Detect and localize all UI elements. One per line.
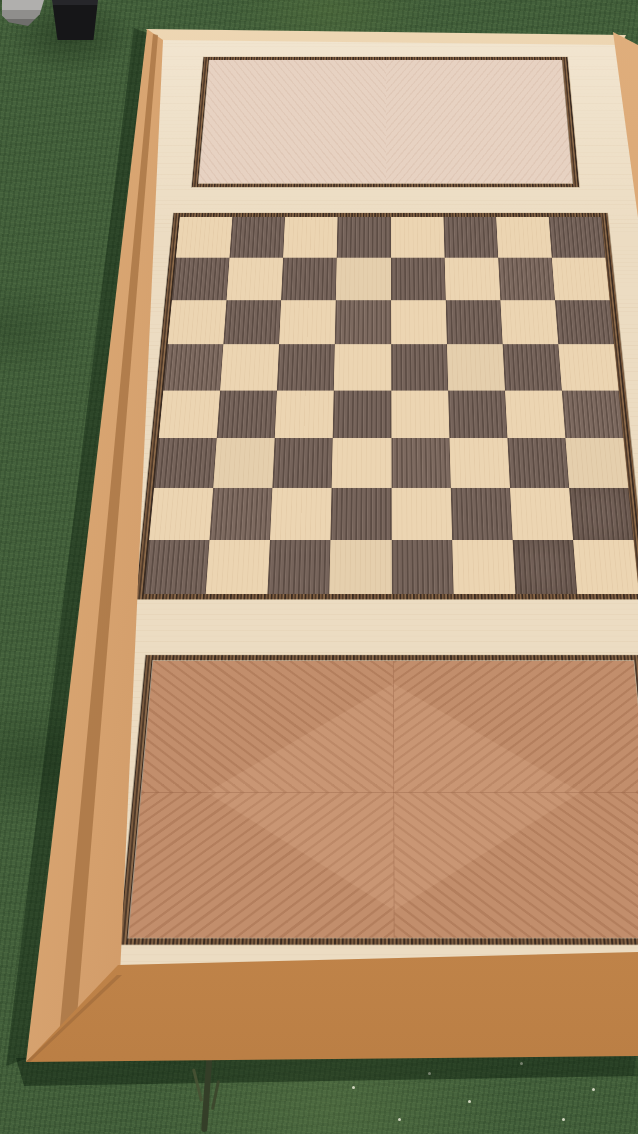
board-square <box>552 258 610 300</box>
board-square <box>332 438 391 488</box>
chessboard <box>144 217 638 594</box>
board-square <box>336 258 391 300</box>
herringbone-inlay-border <box>191 57 580 188</box>
board-square <box>565 438 628 488</box>
board-square <box>283 217 338 258</box>
board-square <box>391 217 445 258</box>
sycamore-field <box>199 60 573 183</box>
board-square <box>444 258 500 300</box>
board-square <box>273 438 333 488</box>
dry-twig <box>194 1050 224 1134</box>
board-square <box>281 258 337 300</box>
board-square <box>496 217 552 258</box>
board-square <box>448 390 507 438</box>
board-square <box>555 300 614 344</box>
board-square <box>562 390 624 438</box>
board-square <box>391 488 452 540</box>
board-square <box>502 344 561 390</box>
herringbone-inlay-border <box>135 213 638 600</box>
board-square <box>445 300 502 344</box>
board-square <box>144 540 210 594</box>
board-square <box>447 344 505 390</box>
board-square <box>391 390 449 438</box>
grass-speck <box>468 1100 471 1103</box>
board-square <box>337 217 391 258</box>
board-square <box>223 300 281 344</box>
board-square <box>277 344 335 390</box>
veneer-seams <box>128 661 638 938</box>
board-square <box>498 258 555 300</box>
board-square <box>391 438 450 488</box>
grass-speck <box>352 1086 355 1089</box>
board-square <box>505 390 566 438</box>
board-square <box>172 258 230 300</box>
chessboard-panel <box>135 213 638 600</box>
board-square <box>230 217 286 258</box>
board-square <box>391 540 453 594</box>
board-square <box>334 344 391 390</box>
board-square <box>168 300 227 344</box>
grass-speck <box>592 1088 595 1091</box>
board-square <box>335 300 391 344</box>
board-square <box>391 344 448 390</box>
board-square <box>507 438 569 488</box>
board-square <box>163 344 223 390</box>
board-square <box>391 258 446 300</box>
board-square <box>573 540 638 594</box>
twig-stem <box>201 1050 213 1132</box>
grass-speck <box>562 1118 565 1121</box>
herringbone-inlay-border <box>118 655 638 946</box>
board-square <box>275 390 334 438</box>
board-square <box>227 258 284 300</box>
board-square <box>149 488 213 540</box>
grass-speck <box>398 1118 401 1121</box>
board-square <box>512 540 577 594</box>
twig-branch <box>211 1080 220 1110</box>
board-square <box>449 438 510 488</box>
board-square <box>217 390 277 438</box>
board-square <box>270 488 332 540</box>
board-square <box>213 438 275 488</box>
sycamore-veneer-panel <box>191 57 580 188</box>
board-square <box>268 540 331 594</box>
board-square <box>176 217 233 258</box>
board-square <box>500 300 558 344</box>
board-square <box>569 488 633 540</box>
board-square <box>154 438 217 488</box>
board-square <box>330 540 392 594</box>
board-square <box>331 488 392 540</box>
board-square <box>391 300 447 344</box>
board-square <box>450 488 512 540</box>
board-square <box>210 488 273 540</box>
board-square <box>279 300 336 344</box>
mahogany-field <box>128 661 638 938</box>
board-square <box>452 540 515 594</box>
black-plant-pot <box>50 0 100 40</box>
mahogany-veneer-panel <box>118 655 638 946</box>
board-square <box>333 390 391 438</box>
twig-branch <box>192 1068 203 1102</box>
board-square <box>549 217 606 258</box>
board-square <box>443 217 498 258</box>
board-square <box>159 390 220 438</box>
board-square <box>220 344 279 390</box>
board-square <box>510 488 573 540</box>
board-square <box>206 540 270 594</box>
photo-scene <box>0 0 638 1134</box>
board-square <box>558 344 618 390</box>
